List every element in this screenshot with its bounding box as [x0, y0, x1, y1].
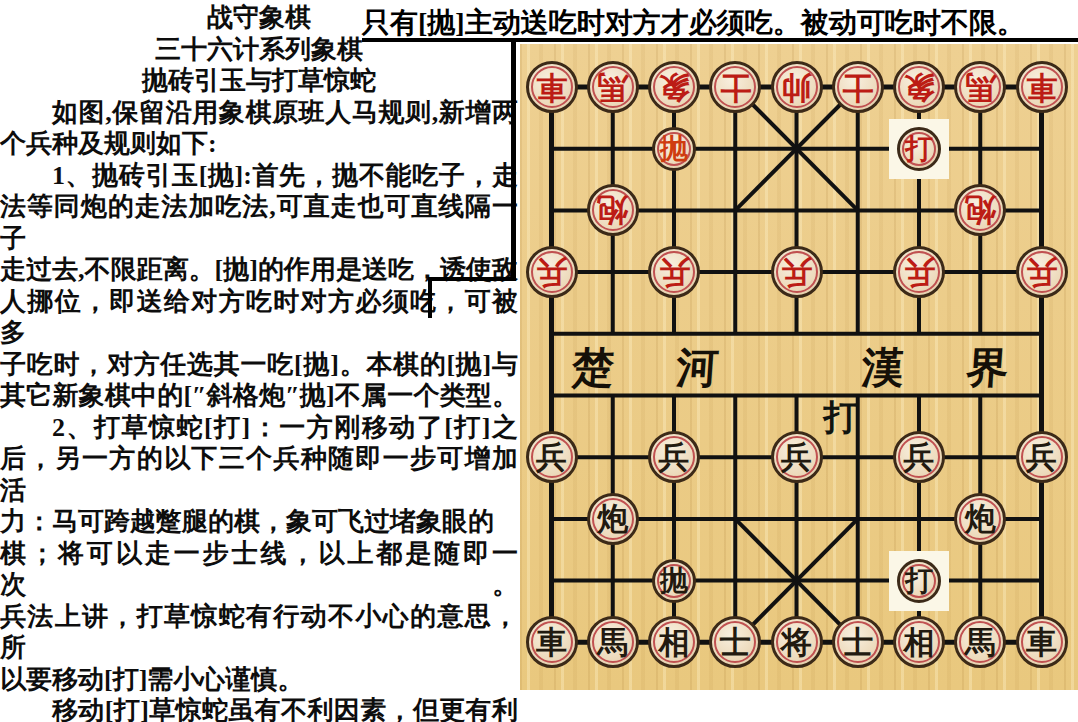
board-caption: 只有[抛]主动送吃时对方才必须吃。被动可吃时不限。 — [362, 4, 1078, 42]
piece-glyph: 車 — [536, 627, 567, 658]
piece-bottom-馬[interactable]: 馬 — [954, 616, 1006, 668]
piece-bottom-士[interactable]: 士 — [832, 616, 884, 668]
page: 战守象棋三十六计系列象棋抛砖引玉与打草惊蛇如图,保留沿用象棋原班人马规则,新增两… — [0, 0, 1078, 722]
piece-top-帅[interactable]: 帅 — [771, 61, 823, 113]
piece-bottom-車[interactable]: 車 — [1016, 616, 1068, 668]
piece-bottom-将[interactable]: 将 — [771, 616, 823, 668]
piece-top-炮[interactable]: 炮 — [587, 184, 639, 236]
callout-border-bottom — [428, 277, 516, 281]
text-line: 棋；将可以走一步士线，以上都是随即一次。 — [0, 538, 518, 601]
piece-bottom-馬[interactable]: 馬 — [587, 616, 639, 668]
piece-bottom-抛[interactable]: 抛 — [652, 559, 696, 603]
piece-top-車[interactable]: 車 — [1016, 61, 1068, 113]
piece-bottom-相[interactable]: 相 — [648, 616, 700, 668]
piece-glyph: 打 — [905, 135, 933, 163]
piece-top-兵[interactable]: 兵 — [1016, 246, 1068, 298]
piece-glyph: 兵 — [904, 442, 935, 473]
piece-glyph: 士 — [842, 72, 873, 103]
piece-bottom-炮[interactable]: 炮 — [587, 493, 639, 545]
text-line: 1、抛砖引玉[抛]:首先，抛不能吃子，走 — [0, 160, 518, 192]
piece-bottom-車[interactable]: 車 — [526, 616, 578, 668]
piece-glyph: 兵 — [904, 257, 935, 288]
piece-top-車[interactable]: 車 — [526, 61, 578, 113]
piece-glyph: 兵 — [781, 442, 812, 473]
text-line: 子吃时，对方任选其一吃[抛]。本棋的[抛]与 — [0, 349, 518, 381]
text-line: 2、打草惊蛇[打]：一方刚移动了[打]之 — [0, 412, 518, 444]
piece-glyph: 炮 — [597, 195, 628, 226]
piece-top-打[interactable]: 打 — [897, 127, 941, 171]
text-line: 抛砖引玉与打草惊蛇 — [0, 65, 518, 97]
callout-border-step — [428, 277, 432, 318]
piece-glyph: 炮 — [597, 503, 628, 534]
piece-top-兵[interactable]: 兵 — [893, 246, 945, 298]
piece-glyph: 士 — [720, 72, 751, 103]
piece-bottom-打[interactable]: 打 — [897, 559, 941, 603]
text-line: 其它新象棋中的[″斜格炮″抛]不属一个类型。 — [0, 380, 518, 412]
piece-glyph: 炮 — [965, 195, 996, 226]
piece-glyph: 兵 — [1026, 257, 1057, 288]
piece-bottom-兵[interactable]: 兵 — [526, 431, 578, 483]
piece-top-兵[interactable]: 兵 — [526, 246, 578, 298]
piece-glyph: 兵 — [536, 442, 567, 473]
text-line: 人挪位，即送给对方吃时对方必须吃，可被多 — [0, 286, 518, 349]
piece-glyph: 抛 — [660, 135, 688, 163]
piece-glyph: 馬 — [597, 627, 628, 658]
piece-glyph: 車 — [536, 72, 567, 103]
piece-bottom-兵[interactable]: 兵 — [771, 431, 823, 483]
piece-glyph: 炮 — [965, 503, 996, 534]
piece-top-象[interactable]: 象 — [648, 61, 700, 113]
piece-glyph: 馬 — [965, 627, 996, 658]
text-line: 如图,保留沿用象棋原班人马规则,新增两 — [0, 97, 518, 129]
piece-glyph: 兵 — [781, 257, 812, 288]
piece-bottom-兵[interactable]: 兵 — [648, 431, 700, 483]
text-line: 移动[打]草惊蛇虽有不利因素，但更有利 — [0, 695, 518, 722]
piece-top-象[interactable]: 象 — [893, 61, 945, 113]
piece-top-士[interactable]: 士 — [832, 61, 884, 113]
piece-top-士[interactable]: 士 — [709, 61, 761, 113]
piece-bottom-兵[interactable]: 兵 — [893, 431, 945, 483]
river-label-han-jie: 漢 界 — [860, 340, 1036, 396]
piece-top-馬[interactable]: 馬 — [587, 61, 639, 113]
piece-glyph: 兵 — [659, 442, 690, 473]
piece-bottom-炮[interactable]: 炮 — [954, 493, 1006, 545]
floating-da-annotation: 打 — [824, 394, 859, 441]
piece-glyph: 車 — [1026, 627, 1057, 658]
piece-glyph: 将 — [781, 627, 812, 658]
piece-top-兵[interactable]: 兵 — [648, 246, 700, 298]
xiangqi-board[interactable]: 楚 河 漢 界 打 車馬象士帅士象馬車抛打炮炮兵兵兵兵兵兵兵兵兵兵炮炮抛打車馬相… — [520, 44, 1078, 690]
callout-border-top — [362, 38, 1078, 42]
piece-glyph: 相 — [904, 627, 935, 658]
piece-glyph: 車 — [1026, 72, 1057, 103]
piece-bottom-士[interactable]: 士 — [709, 616, 761, 668]
piece-glyph: 馬 — [965, 72, 996, 103]
callout-border-right — [511, 38, 516, 281]
text-line: 力：马可跨越蹩腿的棋，象可飞过堵象眼的 — [0, 506, 518, 538]
piece-glyph: 馬 — [597, 72, 628, 103]
piece-glyph: 象 — [659, 72, 690, 103]
rules-text-column: 战守象棋三十六计系列象棋抛砖引玉与打草惊蛇如图,保留沿用象棋原班人马规则,新增两… — [0, 2, 518, 722]
piece-top-抛[interactable]: 抛 — [652, 127, 696, 171]
piece-top-炮[interactable]: 炮 — [954, 184, 1006, 236]
piece-glyph: 士 — [720, 627, 751, 658]
piece-glyph: 打 — [905, 567, 933, 595]
text-line: 以要移动[打]需小心谨慎。 — [0, 664, 518, 696]
text-line: 个兵种及规则如下: — [0, 128, 518, 160]
piece-glyph: 相 — [659, 627, 690, 658]
piece-glyph: 抛 — [660, 567, 688, 595]
piece-top-馬[interactable]: 馬 — [954, 61, 1006, 113]
piece-glyph: 兵 — [1026, 442, 1057, 473]
piece-top-兵[interactable]: 兵 — [771, 246, 823, 298]
river-label-chu-he: 楚 河 — [570, 340, 746, 396]
piece-glyph: 兵 — [659, 257, 690, 288]
piece-glyph: 帅 — [781, 72, 812, 103]
piece-glyph: 兵 — [536, 257, 567, 288]
piece-bottom-兵[interactable]: 兵 — [1016, 431, 1068, 483]
piece-glyph: 士 — [842, 627, 873, 658]
text-line: 法等同炮的走法加吃法,可直走也可直线隔一子 — [0, 191, 518, 254]
text-line: 兵法上讲，打草惊蛇有行动不小心的意思，所 — [0, 601, 518, 664]
piece-bottom-相[interactable]: 相 — [893, 616, 945, 668]
piece-glyph: 象 — [904, 72, 935, 103]
text-line: 后，另一方的以下三个兵种随即一步可增加活 — [0, 443, 518, 506]
